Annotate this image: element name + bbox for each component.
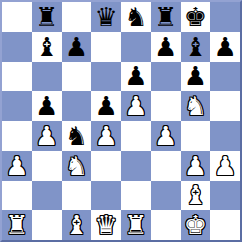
square-a4[interactable]: [2, 121, 32, 151]
square-c6[interactable]: [62, 62, 92, 92]
piece-white-pawn[interactable]: ♟: [154, 123, 177, 149]
square-g6[interactable]: ♟: [181, 62, 211, 92]
square-c1[interactable]: ♝: [62, 210, 92, 240]
piece-black-pawn[interactable]: ♟: [94, 93, 117, 119]
square-b7[interactable]: ♝: [32, 32, 62, 62]
piece-white-pawn[interactable]: ♟: [94, 123, 117, 149]
square-f6[interactable]: [151, 62, 181, 92]
square-e1[interactable]: ♜: [121, 210, 151, 240]
piece-white-pawn[interactable]: ♟: [184, 153, 207, 179]
square-b1[interactable]: [32, 210, 62, 240]
square-a7[interactable]: [2, 32, 32, 62]
piece-white-pawn[interactable]: ♟: [124, 93, 147, 119]
square-g8[interactable]: ♚: [181, 2, 211, 32]
square-d5[interactable]: ♟: [91, 91, 121, 121]
square-b8[interactable]: ♜: [32, 2, 62, 32]
piece-black-king[interactable]: ♚: [184, 4, 207, 30]
square-a3[interactable]: ♟: [2, 151, 32, 181]
piece-white-king[interactable]: ♚: [184, 212, 207, 238]
square-d6[interactable]: [91, 62, 121, 92]
square-b5[interactable]: ♟: [32, 91, 62, 121]
square-c2[interactable]: [62, 181, 92, 211]
square-f8[interactable]: ♜: [151, 2, 181, 32]
square-g1[interactable]: ♚: [181, 210, 211, 240]
piece-white-bishop[interactable]: ♝: [184, 182, 207, 208]
square-e2[interactable]: [121, 181, 151, 211]
square-a1[interactable]: ♜: [2, 210, 32, 240]
piece-black-bishop[interactable]: ♝: [184, 34, 207, 60]
square-f1[interactable]: [151, 210, 181, 240]
square-a2[interactable]: [2, 181, 32, 211]
piece-black-pawn[interactable]: ♟: [184, 63, 207, 89]
square-d2[interactable]: [91, 181, 121, 211]
square-f2[interactable]: [151, 181, 181, 211]
square-c7[interactable]: ♟: [62, 32, 92, 62]
square-b6[interactable]: [32, 62, 62, 92]
chess-board: ♜♛♞♜♚♝♟♟♝♟♟♟♟♟♟♞♟♞♟♟♟♞♟♟♝♜♝♛♜♚: [0, 0, 242, 242]
square-b4[interactable]: ♟: [32, 121, 62, 151]
piece-white-knight[interactable]: ♞: [65, 153, 88, 179]
piece-white-queen[interactable]: ♛: [94, 212, 117, 238]
square-e8[interactable]: ♞: [121, 2, 151, 32]
piece-white-pawn[interactable]: ♟: [213, 153, 236, 179]
piece-white-pawn[interactable]: ♟: [35, 123, 58, 149]
square-c4[interactable]: ♞: [62, 121, 92, 151]
piece-white-pawn[interactable]: ♟: [5, 153, 28, 179]
square-e7[interactable]: [121, 32, 151, 62]
piece-black-pawn[interactable]: ♟: [213, 34, 236, 60]
piece-white-bishop[interactable]: ♝: [65, 212, 88, 238]
square-a6[interactable]: [2, 62, 32, 92]
square-g4[interactable]: [181, 121, 211, 151]
square-a5[interactable]: [2, 91, 32, 121]
piece-black-pawn[interactable]: ♟: [124, 63, 147, 89]
square-h2[interactable]: [210, 181, 240, 211]
square-e6[interactable]: ♟: [121, 62, 151, 92]
piece-black-rook[interactable]: ♜: [154, 4, 177, 30]
square-h6[interactable]: [210, 62, 240, 92]
square-b3[interactable]: [32, 151, 62, 181]
piece-black-knight[interactable]: ♞: [65, 123, 88, 149]
square-h3[interactable]: ♟: [210, 151, 240, 181]
piece-black-pawn[interactable]: ♟: [154, 34, 177, 60]
piece-white-rook[interactable]: ♜: [124, 212, 147, 238]
square-g3[interactable]: ♟: [181, 151, 211, 181]
square-h1[interactable]: [210, 210, 240, 240]
piece-black-pawn[interactable]: ♟: [35, 93, 58, 119]
square-e4[interactable]: [121, 121, 151, 151]
square-f4[interactable]: ♟: [151, 121, 181, 151]
square-g2[interactable]: ♝: [181, 181, 211, 211]
piece-black-queen[interactable]: ♛: [94, 4, 117, 30]
square-g7[interactable]: ♝: [181, 32, 211, 62]
square-d4[interactable]: ♟: [91, 121, 121, 151]
square-e5[interactable]: ♟: [121, 91, 151, 121]
square-g5[interactable]: ♞: [181, 91, 211, 121]
piece-black-rook[interactable]: ♜: [35, 4, 58, 30]
square-d7[interactable]: [91, 32, 121, 62]
square-d1[interactable]: ♛: [91, 210, 121, 240]
square-h7[interactable]: ♟: [210, 32, 240, 62]
square-d8[interactable]: ♛: [91, 2, 121, 32]
square-h5[interactable]: [210, 91, 240, 121]
square-d3[interactable]: [91, 151, 121, 181]
square-e3[interactable]: [121, 151, 151, 181]
square-h8[interactable]: [210, 2, 240, 32]
square-b2[interactable]: [32, 181, 62, 211]
square-a8[interactable]: [2, 2, 32, 32]
piece-black-bishop[interactable]: ♝: [35, 34, 58, 60]
square-f5[interactable]: [151, 91, 181, 121]
square-c3[interactable]: ♞: [62, 151, 92, 181]
square-f7[interactable]: ♟: [151, 32, 181, 62]
piece-black-knight[interactable]: ♞: [124, 4, 147, 30]
square-c5[interactable]: [62, 91, 92, 121]
square-f3[interactable]: [151, 151, 181, 181]
piece-white-knight[interactable]: ♞: [184, 93, 207, 119]
square-c8[interactable]: [62, 2, 92, 32]
piece-white-rook[interactable]: ♜: [5, 212, 28, 238]
square-h4[interactable]: [210, 121, 240, 151]
piece-black-pawn[interactable]: ♟: [65, 34, 88, 60]
